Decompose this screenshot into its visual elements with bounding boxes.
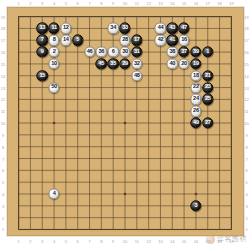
coord-right: 7	[245, 156, 247, 161]
coord-right: 6	[245, 168, 247, 173]
coord-bottom: 4	[53, 239, 55, 244]
watermark: 弈客围棋	[206, 234, 247, 244]
coord-top: 5	[65, 1, 67, 6]
coord-bottom: 16	[194, 239, 198, 244]
coord-top: 8	[100, 1, 102, 6]
coord-top: 13	[158, 1, 162, 6]
coord-left: 5	[2, 180, 4, 185]
go-diagram-page: 1119192218183317174416165515156614147713…	[0, 0, 250, 250]
coord-right: 15	[244, 61, 248, 66]
coord-left: 3	[2, 203, 4, 208]
coord-bottom: 8	[100, 239, 102, 244]
coord-left: 19	[1, 14, 5, 19]
coord-bottom: 5	[65, 239, 67, 244]
coord-bottom: 19	[229, 239, 233, 244]
coord-top: 2	[29, 1, 31, 6]
coord-left: 15	[1, 61, 5, 66]
coord-top: 17	[206, 1, 210, 6]
coord-right: 14	[244, 73, 248, 78]
coord-right: 19	[244, 14, 248, 19]
coord-top: 16	[194, 1, 198, 6]
coord-top: 4	[53, 1, 55, 6]
coord-left: 1	[2, 227, 4, 232]
coord-left: 14	[1, 73, 5, 78]
coord-left: 12	[1, 97, 5, 102]
coord-left: 16	[1, 50, 5, 55]
coord-left: 2	[2, 215, 4, 220]
coord-right: 4	[245, 192, 247, 197]
coord-top: 15	[182, 1, 186, 6]
coord-right: 9	[245, 132, 247, 137]
coord-right: 8	[245, 144, 247, 149]
coord-right: 5	[245, 180, 247, 185]
coord-top: 18	[217, 1, 221, 6]
coord-left: 9	[2, 132, 4, 137]
coord-bottom: 13	[158, 239, 162, 244]
coord-right: 13	[244, 85, 248, 90]
coord-right: 1	[245, 227, 247, 232]
coord-top: 6	[77, 1, 79, 6]
coord-top: 9	[112, 1, 114, 6]
coord-left: 18	[1, 26, 5, 31]
coord-right: 12	[244, 97, 248, 102]
coord-bottom: 6	[77, 239, 79, 244]
coord-left: 4	[2, 192, 4, 197]
coord-right: 3	[245, 203, 247, 208]
coord-bottom: 17	[206, 239, 210, 244]
coord-right: 11	[244, 109, 248, 114]
coord-left: 10	[1, 121, 5, 126]
coord-right: 16	[244, 50, 248, 55]
coord-left: 13	[1, 85, 5, 90]
coord-left: 11	[1, 109, 5, 114]
coord-left: 8	[2, 144, 4, 149]
coord-bottom: 11	[135, 239, 139, 244]
coord-top: 10	[123, 1, 127, 6]
coord-top: 12	[146, 1, 150, 6]
coord-bottom: 2	[29, 239, 31, 244]
coord-bottom: 9	[112, 239, 114, 244]
coord-bottom: 18	[217, 239, 221, 244]
coord-bottom: 7	[88, 239, 90, 244]
coord-right: 18	[244, 26, 248, 31]
coord-left: 7	[2, 156, 4, 161]
coord-left: 17	[1, 38, 5, 43]
coord-bottom: 10	[123, 239, 127, 244]
coord-bottom: 12	[146, 239, 150, 244]
coord-top: 11	[135, 1, 139, 6]
coord-bottom: 3	[41, 239, 43, 244]
coord-top: 19	[229, 1, 233, 6]
coord-top: 7	[88, 1, 90, 6]
coord-bottom: 14	[170, 239, 174, 244]
coord-bottom: 1	[17, 239, 19, 244]
coord-right: 2	[245, 215, 247, 220]
coord-top: 14	[170, 1, 174, 6]
coord-right: 17	[244, 38, 248, 43]
coord-bottom: 15	[182, 239, 186, 244]
coord-left: 6	[2, 168, 4, 173]
coord-right: 10	[244, 121, 248, 126]
coord-top: 3	[41, 1, 43, 6]
coord-top: 1	[17, 1, 19, 6]
